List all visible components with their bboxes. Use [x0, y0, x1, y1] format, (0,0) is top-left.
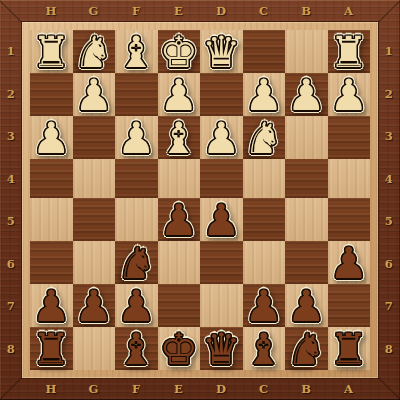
rank-label-3: 3: [0, 115, 22, 158]
piece-white-knight[interactable]: ♞: [74, 31, 113, 74]
piece-black-pawn[interactable]: ♟: [244, 285, 283, 328]
rank-label-3: 3: [378, 115, 400, 158]
piece-white-rook[interactable]: ♜: [32, 31, 71, 74]
square-h1[interactable]: ♜: [30, 30, 73, 73]
square-e2[interactable]: ♟: [158, 73, 201, 116]
square-f8[interactable]: ♝: [115, 327, 158, 370]
square-e3[interactable]: ♝: [158, 116, 201, 159]
square-h6[interactable]: [30, 241, 73, 284]
piece-black-pawn[interactable]: ♟: [159, 199, 198, 242]
file-label-C: C: [243, 378, 286, 400]
rank-label-2: 2: [378, 73, 400, 116]
square-c8[interactable]: ♝: [243, 327, 286, 370]
piece-white-pawn[interactable]: ♟: [32, 117, 71, 160]
square-g5[interactable]: [73, 198, 116, 241]
chess-app-window: HGFEDCBA HGFEDCBA 12345678 12345678 ♜♞♝♚…: [0, 0, 400, 400]
square-d8[interactable]: ♛: [200, 327, 243, 370]
square-f6[interactable]: ♞: [115, 241, 158, 284]
piece-white-rook[interactable]: ♜: [329, 31, 368, 74]
square-h4[interactable]: [30, 159, 73, 198]
square-d5[interactable]: ♟: [200, 198, 243, 241]
square-d7[interactable]: [200, 284, 243, 327]
rank-label-8: 8: [0, 328, 22, 371]
square-d4[interactable]: [200, 159, 243, 198]
rank-label-5: 5: [378, 200, 400, 243]
square-e5[interactable]: ♟: [158, 198, 201, 241]
piece-black-bishop[interactable]: ♝: [244, 328, 283, 371]
piece-white-knight[interactable]: ♞: [244, 117, 283, 160]
square-g7[interactable]: ♟: [73, 284, 116, 327]
piece-black-queen[interactable]: ♛: [202, 328, 241, 371]
square-b7[interactable]: ♟: [285, 284, 328, 327]
square-c2[interactable]: ♟: [243, 73, 286, 116]
rank-label-7: 7: [378, 285, 400, 328]
square-g8[interactable]: [73, 327, 116, 370]
square-d6[interactable]: [200, 241, 243, 284]
chess-board: ♜♞♝♚♛♜♟♟♟♟♟♟♟♝♟♞♟♟♞♟♟♟♟♟♟♜♝♚♛♝♞♜: [30, 30, 370, 370]
square-a6[interactable]: ♟: [328, 241, 371, 284]
square-f7[interactable]: ♟: [115, 284, 158, 327]
square-a3[interactable]: [328, 116, 371, 159]
square-g4[interactable]: [73, 159, 116, 198]
piece-black-pawn[interactable]: ♟: [287, 285, 326, 328]
square-b8[interactable]: ♞: [285, 327, 328, 370]
square-b3[interactable]: [285, 116, 328, 159]
square-a8[interactable]: ♜: [328, 327, 371, 370]
piece-black-pawn[interactable]: ♟: [329, 242, 368, 285]
rank-labels-left: 12345678: [0, 30, 22, 370]
square-d1[interactable]: ♛: [200, 30, 243, 73]
file-label-C: C: [243, 0, 286, 22]
rank-label-1: 1: [378, 30, 400, 73]
square-e1[interactable]: ♚: [158, 30, 201, 73]
piece-black-pawn[interactable]: ♟: [202, 199, 241, 242]
piece-white-pawn[interactable]: ♟: [244, 74, 283, 117]
piece-white-pawn[interactable]: ♟: [287, 74, 326, 117]
piece-white-bishop[interactable]: ♝: [159, 117, 198, 160]
piece-black-pawn[interactable]: ♟: [32, 285, 71, 328]
file-label-D: D: [200, 0, 243, 22]
rank-label-4: 4: [378, 158, 400, 201]
piece-black-pawn[interactable]: ♟: [74, 285, 113, 328]
square-b1[interactable]: [285, 30, 328, 73]
square-a4[interactable]: [328, 159, 371, 198]
square-c3[interactable]: ♞: [243, 116, 286, 159]
piece-black-rook[interactable]: ♜: [32, 328, 71, 371]
file-label-G: G: [73, 0, 116, 22]
piece-black-pawn[interactable]: ♟: [117, 285, 156, 328]
file-label-F: F: [115, 378, 158, 400]
file-label-B: B: [285, 378, 328, 400]
square-b5[interactable]: [285, 198, 328, 241]
square-f3[interactable]: ♟: [115, 116, 158, 159]
piece-black-king[interactable]: ♚: [159, 328, 198, 371]
rank-labels-right: 12345678: [378, 30, 400, 370]
piece-white-king[interactable]: ♚: [159, 31, 198, 74]
square-d2[interactable]: [200, 73, 243, 116]
square-h5[interactable]: [30, 198, 73, 241]
square-d3[interactable]: ♟: [200, 116, 243, 159]
square-a5[interactable]: [328, 198, 371, 241]
square-f1[interactable]: ♝: [115, 30, 158, 73]
square-c5[interactable]: [243, 198, 286, 241]
square-a2[interactable]: ♟: [328, 73, 371, 116]
square-g1[interactable]: ♞: [73, 30, 116, 73]
file-label-A: A: [328, 378, 371, 400]
square-g2[interactable]: ♟: [73, 73, 116, 116]
piece-black-rook[interactable]: ♜: [329, 328, 368, 371]
square-g6[interactable]: [73, 241, 116, 284]
piece-white-pawn[interactable]: ♟: [202, 117, 241, 160]
square-c6[interactable]: [243, 241, 286, 284]
square-h3[interactable]: ♟: [30, 116, 73, 159]
file-label-A: A: [328, 0, 371, 22]
square-e7[interactable]: [158, 284, 201, 327]
square-b6[interactable]: [285, 241, 328, 284]
piece-white-pawn[interactable]: ♟: [159, 74, 198, 117]
rank-label-6: 6: [378, 243, 400, 286]
file-label-G: G: [73, 378, 116, 400]
file-label-F: F: [115, 0, 158, 22]
square-h2[interactable]: [30, 73, 73, 116]
file-label-E: E: [158, 378, 201, 400]
square-a7[interactable]: [328, 284, 371, 327]
file-labels-bottom: HGFEDCBA: [30, 378, 370, 400]
rank-label-6: 6: [0, 243, 22, 286]
square-h7[interactable]: ♟: [30, 284, 73, 327]
piece-black-bishop[interactable]: ♝: [117, 328, 156, 371]
square-e8[interactable]: ♚: [158, 327, 201, 370]
piece-black-knight[interactable]: ♞: [287, 328, 326, 371]
rank-label-7: 7: [0, 285, 22, 328]
file-label-B: B: [285, 0, 328, 22]
square-f5[interactable]: [115, 198, 158, 241]
rank-label-5: 5: [0, 200, 22, 243]
file-labels-top: HGFEDCBA: [30, 0, 370, 22]
square-c4[interactable]: [243, 159, 286, 198]
rank-label-1: 1: [0, 30, 22, 73]
rank-label-4: 4: [0, 158, 22, 201]
piece-white-queen[interactable]: ♛: [202, 31, 241, 74]
square-f2[interactable]: [115, 73, 158, 116]
rank-label-8: 8: [378, 328, 400, 371]
piece-black-knight[interactable]: ♞: [117, 242, 156, 285]
square-c7[interactable]: ♟: [243, 284, 286, 327]
file-label-E: E: [158, 0, 201, 22]
square-e6[interactable]: [158, 241, 201, 284]
rank-label-2: 2: [0, 73, 22, 116]
square-b2[interactable]: ♟: [285, 73, 328, 116]
file-label-H: H: [30, 0, 73, 22]
piece-white-pawn[interactable]: ♟: [117, 117, 156, 160]
square-c1[interactable]: [243, 30, 286, 73]
piece-white-bishop[interactable]: ♝: [117, 31, 156, 74]
file-label-D: D: [200, 378, 243, 400]
square-f4[interactable]: [115, 159, 158, 198]
piece-white-pawn[interactable]: ♟: [74, 74, 113, 117]
square-e4[interactable]: [158, 159, 201, 198]
square-h8[interactable]: ♜: [30, 327, 73, 370]
piece-white-pawn[interactable]: ♟: [329, 74, 368, 117]
square-a1[interactable]: ♜: [328, 30, 371, 73]
square-b4[interactable]: [285, 159, 328, 198]
square-g3[interactable]: [73, 116, 116, 159]
file-label-H: H: [30, 378, 73, 400]
